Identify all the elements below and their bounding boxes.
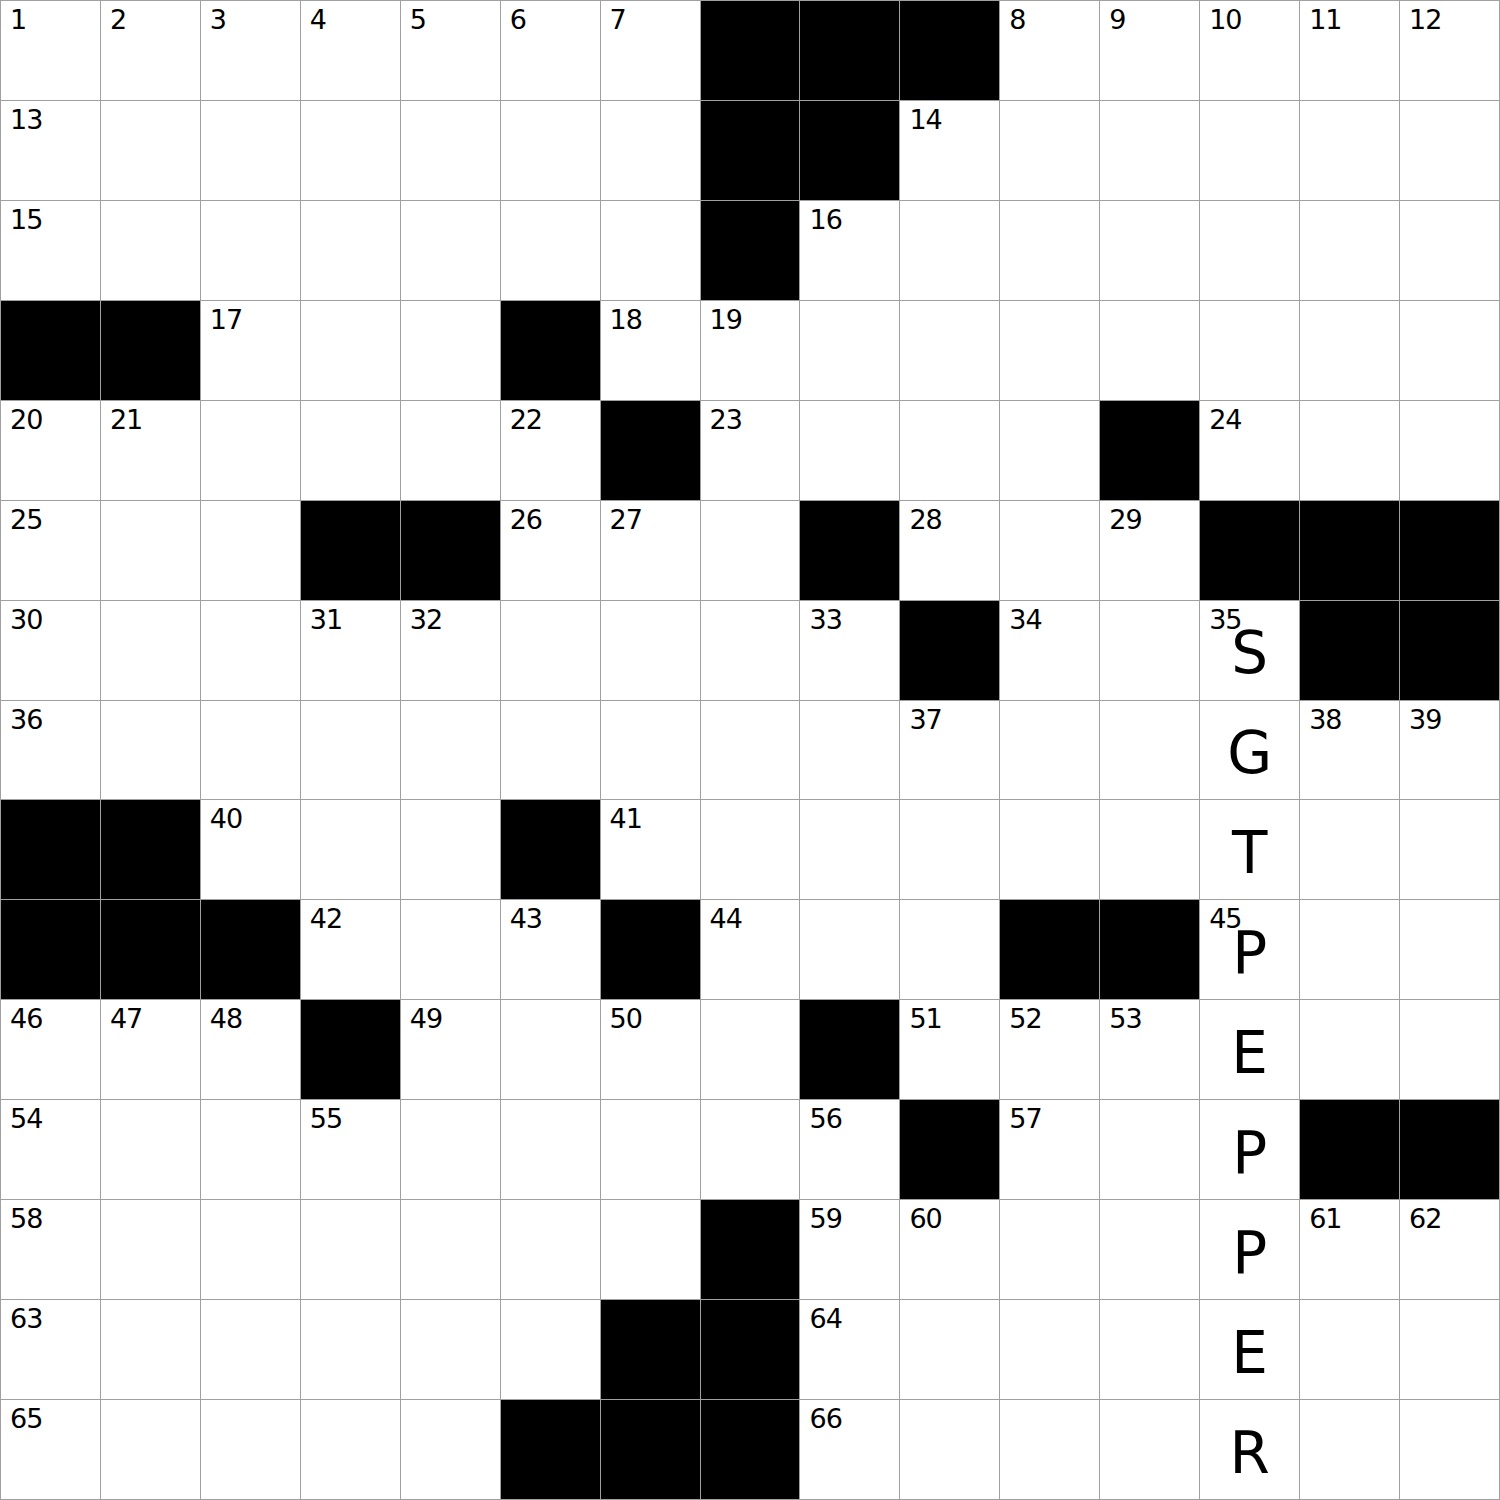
- crossword-cell[interactable]: [1100, 1100, 1200, 1200]
- clue-number: 19: [710, 306, 742, 333]
- filled-letter: E: [1200, 1000, 1299, 1099]
- clue-number: 42: [310, 905, 342, 932]
- crossword-cell[interactable]: [501, 1300, 601, 1400]
- clue-number: 2: [110, 6, 126, 33]
- crossword-cell[interactable]: 58: [1, 1200, 101, 1300]
- crossword-cell[interactable]: 66: [800, 1400, 900, 1500]
- black-cell: [601, 1300, 701, 1400]
- black-cell: [1400, 501, 1500, 601]
- black-cell: [1, 800, 101, 900]
- crossword-cell[interactable]: 21: [101, 401, 201, 501]
- clue-number: 26: [510, 506, 542, 533]
- clue-number: 9: [1109, 6, 1125, 33]
- crossword-cell[interactable]: [1200, 201, 1300, 301]
- black-cell: [601, 900, 701, 1000]
- clue-number: 10: [1209, 6, 1241, 33]
- crossword-cell[interactable]: [900, 1300, 1000, 1400]
- clue-number: 27: [610, 506, 642, 533]
- crossword-cell[interactable]: 43: [501, 900, 601, 1000]
- crossword-cell[interactable]: [701, 701, 801, 801]
- clue-number: 44: [710, 905, 742, 932]
- crossword-cell[interactable]: [1000, 701, 1100, 801]
- crossword-cell[interactable]: 20: [1, 401, 101, 501]
- crossword-cell[interactable]: 1: [1, 1, 101, 101]
- crossword-cell[interactable]: [401, 401, 501, 501]
- crossword-cell[interactable]: [401, 201, 501, 301]
- clue-number: 6: [510, 6, 526, 33]
- crossword-cell[interactable]: [701, 601, 801, 701]
- black-cell: [701, 1, 801, 101]
- black-cell: [800, 101, 900, 201]
- filled-letter: R: [1200, 1400, 1299, 1499]
- crossword-cell[interactable]: 26: [501, 501, 601, 601]
- crossword-cell[interactable]: [1100, 301, 1200, 401]
- crossword-cell[interactable]: [401, 1100, 501, 1200]
- crossword-cell[interactable]: [401, 101, 501, 201]
- crossword-cell[interactable]: 9: [1100, 1, 1200, 101]
- crossword-cell[interactable]: 13: [1, 101, 101, 201]
- crossword-cell[interactable]: [101, 101, 201, 201]
- clue-number: 52: [1009, 1005, 1041, 1032]
- crossword-cell[interactable]: 2: [101, 1, 201, 101]
- crossword-cell[interactable]: 56: [800, 1100, 900, 1200]
- crossword-cell[interactable]: [601, 1200, 701, 1300]
- crossword-cell[interactable]: [201, 401, 301, 501]
- crossword-cell[interactable]: 5: [401, 1, 501, 101]
- clue-number: 37: [909, 706, 941, 733]
- filled-letter: P: [1200, 1200, 1299, 1299]
- crossword-cell[interactable]: [201, 1300, 301, 1400]
- crossword-cell[interactable]: 36: [1, 701, 101, 801]
- clue-number: 29: [1109, 506, 1141, 533]
- crossword-cell[interactable]: [301, 101, 401, 201]
- crossword-cell[interactable]: P: [1200, 1200, 1300, 1300]
- clue-number: 50: [610, 1005, 642, 1032]
- filled-letter: P: [1200, 1100, 1299, 1199]
- crossword-cell[interactable]: [401, 900, 501, 1000]
- crossword-cell[interactable]: [1100, 601, 1200, 701]
- crossword-cell[interactable]: [1200, 101, 1300, 201]
- crossword-cell[interactable]: [301, 701, 401, 801]
- crossword-cell[interactable]: [1400, 301, 1500, 401]
- crossword-cell[interactable]: [501, 601, 601, 701]
- crossword-cell[interactable]: 60: [900, 1200, 1000, 1300]
- crossword-cell[interactable]: [501, 701, 601, 801]
- crossword-cell[interactable]: [1000, 800, 1100, 900]
- crossword-cell[interactable]: 47: [101, 1000, 201, 1100]
- crossword-cell[interactable]: 52: [1000, 1000, 1100, 1100]
- crossword-cell[interactable]: G: [1200, 701, 1300, 801]
- crossword-cell[interactable]: [601, 701, 701, 801]
- crossword-cell[interactable]: 7: [601, 1, 701, 101]
- clue-number: 14: [909, 106, 941, 133]
- crossword-cell[interactable]: 37: [900, 701, 1000, 801]
- black-cell: [101, 800, 201, 900]
- clue-number: 49: [410, 1005, 442, 1032]
- black-cell: [1200, 501, 1300, 601]
- crossword-cell[interactable]: [601, 201, 701, 301]
- crossword-cell[interactable]: T: [1200, 800, 1300, 900]
- crossword-cell[interactable]: [401, 1400, 501, 1500]
- crossword-cell[interactable]: 8: [1000, 1, 1100, 101]
- clue-number: 56: [809, 1105, 841, 1132]
- crossword-cell[interactable]: 22: [501, 401, 601, 501]
- clue-number: 30: [10, 606, 42, 633]
- clue-number: 25: [10, 506, 42, 533]
- crossword-cell[interactable]: [1000, 301, 1100, 401]
- crossword-cell[interactable]: 16: [800, 201, 900, 301]
- black-cell: [800, 1000, 900, 1100]
- clue-number: 61: [1309, 1205, 1341, 1232]
- crossword-cell[interactable]: [701, 1000, 801, 1100]
- black-cell: [1300, 501, 1400, 601]
- crossword-cell[interactable]: [101, 1300, 201, 1400]
- crossword-cell[interactable]: [101, 1200, 201, 1300]
- crossword-cell[interactable]: E: [1200, 1300, 1300, 1400]
- crossword-cell[interactable]: [701, 800, 801, 900]
- clue-number: 59: [809, 1205, 841, 1232]
- crossword-cell[interactable]: 3: [201, 1, 301, 101]
- clue-number: 41: [610, 805, 642, 832]
- crossword-cell[interactable]: [800, 301, 900, 401]
- black-cell: [301, 1000, 401, 1100]
- crossword-cell[interactable]: [900, 900, 1000, 1000]
- clue-number: 39: [1409, 706, 1441, 733]
- crossword-cell[interactable]: 23: [701, 401, 801, 501]
- crossword-cell[interactable]: 51: [900, 1000, 1000, 1100]
- crossword-cell[interactable]: [900, 800, 1000, 900]
- crossword-cell[interactable]: 44: [701, 900, 801, 1000]
- crossword-cell[interactable]: 33: [800, 601, 900, 701]
- crossword-cell[interactable]: [501, 101, 601, 201]
- clue-number: 18: [610, 306, 642, 333]
- crossword-cell[interactable]: [1300, 1300, 1400, 1400]
- crossword-cell[interactable]: 39: [1400, 701, 1500, 801]
- crossword-cell[interactable]: [1000, 101, 1100, 201]
- black-cell: [101, 900, 201, 1000]
- crossword-cell[interactable]: 31: [301, 601, 401, 701]
- crossword-cell[interactable]: P: [1200, 1100, 1300, 1200]
- clue-number: 51: [909, 1005, 941, 1032]
- crossword-cell[interactable]: [401, 1300, 501, 1400]
- clue-number: 43: [510, 905, 542, 932]
- crossword-cell[interactable]: [1400, 401, 1500, 501]
- clue-number: 17: [210, 306, 242, 333]
- crossword-cell[interactable]: 59: [800, 1200, 900, 1300]
- crossword-cell[interactable]: [201, 501, 301, 601]
- clue-number: 57: [1009, 1105, 1041, 1132]
- black-cell: [701, 101, 801, 201]
- clue-number: 33: [809, 606, 841, 633]
- crossword-cell[interactable]: [1400, 101, 1500, 201]
- black-cell: [1, 900, 101, 1000]
- crossword-cell[interactable]: [201, 701, 301, 801]
- clue-number: 7: [610, 6, 626, 33]
- crossword-cell[interactable]: [401, 301, 501, 401]
- crossword-cell[interactable]: [201, 1100, 301, 1200]
- black-cell: [701, 1400, 801, 1500]
- clue-number: 64: [809, 1305, 841, 1332]
- crossword-cell[interactable]: 55: [301, 1100, 401, 1200]
- crossword-cell[interactable]: [800, 701, 900, 801]
- crossword-cell[interactable]: [1100, 1200, 1200, 1300]
- crossword-cell[interactable]: [1300, 201, 1400, 301]
- crossword-cell[interactable]: [201, 601, 301, 701]
- crossword-cell[interactable]: [900, 1400, 1000, 1500]
- clue-number: 66: [809, 1405, 841, 1432]
- crossword-cell[interactable]: [1400, 1300, 1500, 1400]
- clue-number: 22: [510, 406, 542, 433]
- crossword-cell[interactable]: 46: [1, 1000, 101, 1100]
- crossword-cell[interactable]: 50: [601, 1000, 701, 1100]
- crossword-cell[interactable]: 10: [1200, 1, 1300, 101]
- crossword-cell[interactable]: [601, 101, 701, 201]
- crossword-cell[interactable]: [101, 701, 201, 801]
- crossword-cell[interactable]: [101, 201, 201, 301]
- crossword-cell[interactable]: [1400, 800, 1500, 900]
- clue-number: 21: [110, 406, 142, 433]
- crossword-cell[interactable]: 27: [601, 501, 701, 601]
- black-cell: [900, 1, 1000, 101]
- filled-letter: G: [1200, 701, 1299, 800]
- crossword-cell[interactable]: [501, 201, 601, 301]
- crossword-cell[interactable]: [900, 401, 1000, 501]
- crossword-cell[interactable]: [900, 201, 1000, 301]
- crossword-cell[interactable]: [1100, 701, 1200, 801]
- crossword-cell[interactable]: 19: [701, 301, 801, 401]
- crossword-cell[interactable]: R: [1200, 1400, 1300, 1500]
- crossword-cell[interactable]: 42: [301, 900, 401, 1000]
- crossword-cell[interactable]: [701, 1100, 801, 1200]
- crossword-cell[interactable]: [501, 1100, 601, 1200]
- clue-number: 40: [210, 805, 242, 832]
- crossword-cell[interactable]: [1000, 501, 1100, 601]
- clue-number: 16: [809, 206, 841, 233]
- crossword-cell[interactable]: [800, 800, 900, 900]
- black-cell: [1300, 1100, 1400, 1200]
- crossword-cell[interactable]: [501, 1000, 601, 1100]
- crossword-cell[interactable]: [301, 301, 401, 401]
- crossword-cell[interactable]: [101, 1400, 201, 1500]
- crossword-cell[interactable]: 57: [1000, 1100, 1100, 1200]
- crossword-cell[interactable]: [601, 601, 701, 701]
- clue-number: 13: [10, 106, 42, 133]
- clue-number: 20: [10, 406, 42, 433]
- crossword-cell[interactable]: 6: [501, 1, 601, 101]
- crossword-cell[interactable]: 17: [201, 301, 301, 401]
- crossword-cell[interactable]: [1400, 1400, 1500, 1500]
- clue-number: 23: [710, 406, 742, 433]
- crossword-cell[interactable]: [201, 101, 301, 201]
- black-cell: [1000, 900, 1100, 1000]
- crossword-cell[interactable]: [1100, 1300, 1200, 1400]
- crossword-cell[interactable]: 25: [1, 501, 101, 601]
- crossword-cell[interactable]: [1000, 1300, 1100, 1400]
- black-cell: [501, 1400, 601, 1500]
- clue-number: 24: [1209, 406, 1241, 433]
- crossword-cell[interactable]: [301, 401, 401, 501]
- crossword-cell[interactable]: 49: [401, 1000, 501, 1100]
- crossword-cell[interactable]: 64: [800, 1300, 900, 1400]
- crossword-cell[interactable]: [301, 201, 401, 301]
- clue-number: 46: [10, 1005, 42, 1032]
- black-cell: [1400, 601, 1500, 701]
- crossword-cell[interactable]: 24: [1200, 401, 1300, 501]
- crossword-cell[interactable]: [701, 501, 801, 601]
- black-cell: [701, 1200, 801, 1300]
- crossword-cell[interactable]: 15: [1, 201, 101, 301]
- crossword-cell[interactable]: [1100, 201, 1200, 301]
- black-cell: [201, 900, 301, 1000]
- crossword-cell[interactable]: 35S: [1200, 601, 1300, 701]
- crossword-cell[interactable]: 54: [1, 1100, 101, 1200]
- crossword-cell[interactable]: [1300, 900, 1400, 1000]
- crossword-cell[interactable]: [800, 401, 900, 501]
- black-cell: [601, 401, 701, 501]
- clue-number: 4: [310, 6, 326, 33]
- clue-number: 8: [1009, 6, 1025, 33]
- black-cell: [900, 1100, 1000, 1200]
- crossword-cell[interactable]: [101, 601, 201, 701]
- clue-number: 62: [1409, 1205, 1441, 1232]
- crossword-cell[interactable]: [301, 1300, 401, 1400]
- crossword-cell[interactable]: 28: [900, 501, 1000, 601]
- crossword-cell[interactable]: [401, 800, 501, 900]
- crossword-cell[interactable]: 38: [1300, 701, 1400, 801]
- black-cell: [701, 1300, 801, 1400]
- crossword-cell[interactable]: [1300, 1400, 1400, 1500]
- crossword-cell[interactable]: [1300, 101, 1400, 201]
- clue-number: 15: [10, 206, 42, 233]
- black-cell: [1100, 900, 1200, 1000]
- crossword-cell[interactable]: 63: [1, 1300, 101, 1400]
- clue-number: 60: [909, 1205, 941, 1232]
- crossword-cell[interactable]: [201, 1400, 301, 1500]
- clue-number: 63: [10, 1305, 42, 1332]
- crossword-cell[interactable]: 45P: [1200, 900, 1300, 1000]
- crossword-cell[interactable]: [501, 1200, 601, 1300]
- black-cell: [1, 301, 101, 401]
- crossword-cell[interactable]: [1100, 1400, 1200, 1500]
- clue-number: 12: [1409, 6, 1441, 33]
- crossword-cell[interactable]: [201, 1200, 301, 1300]
- crossword-cell[interactable]: [1400, 1000, 1500, 1100]
- black-cell: [701, 201, 801, 301]
- crossword-cell[interactable]: [301, 1200, 401, 1300]
- crossword-cell[interactable]: 61: [1300, 1200, 1400, 1300]
- crossword-cell[interactable]: [1400, 900, 1500, 1000]
- black-cell: [1300, 601, 1400, 701]
- crossword-cell[interactable]: [201, 201, 301, 301]
- crossword-cell[interactable]: [401, 701, 501, 801]
- clue-number: 48: [210, 1005, 242, 1032]
- crossword-cell[interactable]: 32: [401, 601, 501, 701]
- crossword-cell[interactable]: 14: [900, 101, 1000, 201]
- crossword-cell[interactable]: 48: [201, 1000, 301, 1100]
- clue-number: 55: [310, 1105, 342, 1132]
- black-cell: [800, 1, 900, 101]
- black-cell: [1100, 401, 1200, 501]
- filled-letter: S: [1200, 601, 1299, 700]
- crossword-cell[interactable]: [1100, 800, 1200, 900]
- black-cell: [101, 301, 201, 401]
- clue-number: 38: [1309, 706, 1341, 733]
- crossword-cell[interactable]: [1400, 201, 1500, 301]
- clue-number: 5: [410, 6, 426, 33]
- clue-number: 58: [10, 1205, 42, 1232]
- black-cell: [800, 501, 900, 601]
- clue-number: 53: [1109, 1005, 1141, 1032]
- black-cell: [601, 1400, 701, 1500]
- clue-number: 47: [110, 1005, 142, 1032]
- crossword-cell[interactable]: [1200, 301, 1300, 401]
- clue-number: 54: [10, 1105, 42, 1132]
- crossword-cell[interactable]: 12: [1400, 1, 1500, 101]
- crossword-cell[interactable]: [900, 301, 1000, 401]
- clue-number: 36: [10, 706, 42, 733]
- clue-number: 34: [1009, 606, 1041, 633]
- crossword-cell[interactable]: 18: [601, 301, 701, 401]
- black-cell: [900, 601, 1000, 701]
- crossword-cell[interactable]: 62: [1400, 1200, 1500, 1300]
- crossword-cell[interactable]: [301, 800, 401, 900]
- crossword-cell[interactable]: [1300, 301, 1400, 401]
- crossword-cell[interactable]: [800, 900, 900, 1000]
- crossword-grid: 1234567891011121314151617181920212223242…: [0, 0, 1500, 1500]
- crossword-cell[interactable]: [1100, 101, 1200, 201]
- black-cell: [501, 800, 601, 900]
- crossword-cell[interactable]: [301, 1400, 401, 1500]
- crossword-cell[interactable]: 11: [1300, 1, 1400, 101]
- filled-letter: T: [1200, 800, 1299, 899]
- crossword-cell[interactable]: 40: [201, 800, 301, 900]
- crossword-cell[interactable]: [101, 1100, 201, 1200]
- clue-number: 11: [1309, 6, 1341, 33]
- clue-number: 65: [10, 1405, 42, 1432]
- black-cell: [401, 501, 501, 601]
- clue-number: 1: [10, 6, 26, 33]
- clue-number: 32: [410, 606, 442, 633]
- crossword-cell[interactable]: [601, 1100, 701, 1200]
- crossword-cell[interactable]: 65: [1, 1400, 101, 1500]
- crossword-cell[interactable]: [101, 501, 201, 601]
- crossword-cell[interactable]: [1000, 1200, 1100, 1300]
- crossword-cell[interactable]: [1000, 1400, 1100, 1500]
- clue-number: 28: [909, 506, 941, 533]
- crossword-cell[interactable]: [1000, 201, 1100, 301]
- black-cell: [301, 501, 401, 601]
- crossword-cell[interactable]: 34: [1000, 601, 1100, 701]
- crossword-cell[interactable]: 53: [1100, 1000, 1200, 1100]
- crossword-cell[interactable]: 41: [601, 800, 701, 900]
- clue-number: 3: [210, 6, 226, 33]
- crossword-cell[interactable]: [1000, 401, 1100, 501]
- crossword-cell[interactable]: [1300, 1000, 1400, 1100]
- clue-number: 31: [310, 606, 342, 633]
- crossword-cell[interactable]: 4: [301, 1, 401, 101]
- filled-letter: P: [1200, 900, 1299, 999]
- crossword-cell[interactable]: E: [1200, 1000, 1300, 1100]
- filled-letter: E: [1200, 1300, 1299, 1399]
- crossword-cell[interactable]: 29: [1100, 501, 1200, 601]
- black-cell: [501, 301, 601, 401]
- crossword-cell[interactable]: [1300, 800, 1400, 900]
- black-cell: [1400, 1100, 1500, 1200]
- crossword-cell[interactable]: [1300, 401, 1400, 501]
- crossword-cell[interactable]: 30: [1, 601, 101, 701]
- crossword-cell[interactable]: [401, 1200, 501, 1300]
